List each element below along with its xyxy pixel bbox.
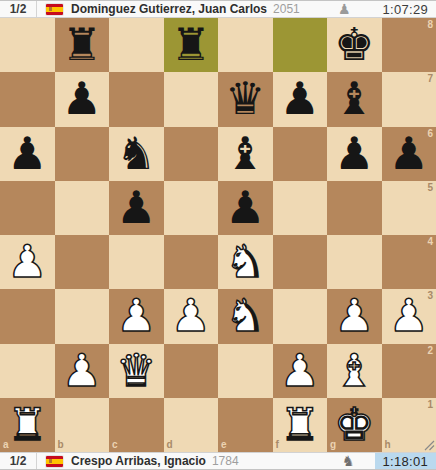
square-h1[interactable]: 1h [382,398,436,452]
divider [36,1,37,17]
piece-black-pawn[interactable]: ♟ [116,181,156,235]
square-a3[interactable] [0,289,55,343]
piece-white-pawn[interactable]: ♟ [116,289,156,343]
coord-file-a: a [3,440,9,450]
top-player-rating: 2051 [273,2,300,16]
piece-white-pawn[interactable]: ♟ [62,344,102,398]
square-a1[interactable]: ♜a [0,398,55,452]
square-h3[interactable]: ♟3 [382,289,436,343]
piece-black-pawn[interactable]: ♟ [62,72,102,126]
square-a4[interactable]: ♟ [0,235,55,289]
player-bar-top: 1/2 Dominguez Gutierrez, Juan Carlos 205… [0,0,436,18]
coord-file-g: g [330,440,336,450]
square-h4[interactable]: 4 [382,235,436,289]
piece-white-bishop[interactable]: ♝ [334,344,374,398]
square-g2[interactable]: ♝ [327,344,382,398]
square-b5[interactable] [55,181,110,235]
square-f4[interactable] [273,235,328,289]
chess-app: 1/2 Dominguez Gutierrez, Juan Carlos 205… [0,0,436,470]
square-f5[interactable] [273,181,328,235]
piece-white-pawn[interactable]: ♟ [171,289,211,343]
square-g4[interactable] [327,235,382,289]
square-h5[interactable]: 5 [382,181,436,235]
coord-rank-3: 3 [427,291,433,301]
pawn-icon: ♟ [338,2,351,16]
top-player-name: Dominguez Gutierrez, Juan Carlos [71,2,267,16]
coord-file-h: h [385,440,391,450]
square-g5[interactable] [327,181,382,235]
coord-rank-7: 7 [427,74,433,84]
square-a6[interactable]: ♟ [0,127,55,181]
player-bar-bottom: 1/2 Crespo Arribas, Ignacio 1784 ♞ 1:18:… [0,452,436,470]
square-c4[interactable] [109,235,164,289]
piece-black-queen[interactable]: ♛ [225,72,265,126]
square-h6[interactable]: ♟6 [382,127,436,181]
piece-black-king[interactable]: ♚ [334,18,374,72]
square-g3[interactable]: ♟ [327,289,382,343]
coord-rank-1: 1 [427,400,433,410]
spain-flag-icon [46,456,63,467]
square-c8[interactable] [109,18,164,72]
coord-rank-6: 6 [427,129,433,139]
square-d4[interactable] [164,235,219,289]
square-a2[interactable] [0,344,55,398]
square-e3[interactable]: ♞ [218,289,273,343]
square-b4[interactable] [55,235,110,289]
bottom-player-rating: 1784 [212,454,239,468]
piece-black-pawn[interactable]: ♟ [7,127,47,181]
top-score: 1/2 [0,2,36,16]
piece-white-pawn[interactable]: ♟ [280,344,320,398]
square-b1[interactable]: b [55,398,110,452]
square-d7[interactable] [164,72,219,126]
coord-file-c: c [112,440,118,450]
square-b6[interactable] [55,127,110,181]
square-a7[interactable] [0,72,55,126]
square-e5[interactable]: ♟ [218,181,273,235]
bottom-clock: 1:18:01 [375,453,436,469]
piece-white-king[interactable]: ♚ [334,398,374,452]
square-e2[interactable] [218,344,273,398]
square-b8[interactable]: ♜ [55,18,110,72]
coord-file-f: f [276,440,279,450]
square-h8[interactable]: 8 [382,18,436,72]
square-h7[interactable]: 7 [382,72,436,126]
square-g8[interactable]: ♚ [327,18,382,72]
piece-black-bishop[interactable]: ♝ [225,127,265,181]
piece-black-bishop[interactable]: ♝ [334,72,374,126]
piece-white-pawn[interactable]: ♟ [389,289,429,343]
square-e6[interactable]: ♝ [218,127,273,181]
square-c5[interactable]: ♟ [109,181,164,235]
square-a5[interactable] [0,181,55,235]
piece-black-knight[interactable]: ♞ [116,127,156,181]
square-d1[interactable]: d [164,398,219,452]
top-clock: 1:07:29 [375,1,436,17]
coord-rank-2: 2 [427,346,433,356]
piece-black-rook[interactable]: ♜ [62,18,102,72]
square-d3[interactable]: ♟ [164,289,219,343]
square-b3[interactable] [55,289,110,343]
square-c7[interactable] [109,72,164,126]
divider [36,453,37,469]
square-c2[interactable]: ♛ [109,344,164,398]
piece-white-rook[interactable]: ♜ [7,398,47,452]
square-e1[interactable]: e [218,398,273,452]
square-f8[interactable] [273,18,328,72]
square-d5[interactable] [164,181,219,235]
piece-black-pawn[interactable]: ♟ [225,181,265,235]
chess-board: ♜♜♚8♟♛♟♝7♟♞♝♟♟6♟♟5♟♞4♟♟♞♟♟3♟♛♟♝2♜abcde♜f… [0,18,436,452]
piece-black-pawn[interactable]: ♟ [334,127,374,181]
square-e8[interactable] [218,18,273,72]
bottom-score: 1/2 [0,454,36,468]
square-f1[interactable]: ♜f [273,398,328,452]
knight-icon: ♞ [342,454,355,468]
piece-white-pawn[interactable]: ♟ [334,289,374,343]
piece-white-pawn[interactable]: ♟ [7,235,47,289]
piece-white-knight[interactable]: ♞ [225,235,265,289]
coord-rank-4: 4 [427,237,433,247]
coord-rank-5: 5 [427,183,433,193]
square-b2[interactable]: ♟ [55,344,110,398]
square-d8[interactable]: ♜ [164,18,219,72]
square-e7[interactable]: ♛ [218,72,273,126]
bottom-player-name: Crespo Arribas, Ignacio [71,454,206,468]
square-f7[interactable]: ♟ [273,72,328,126]
piece-white-rook[interactable]: ♜ [280,398,320,452]
square-e4[interactable]: ♞ [218,235,273,289]
square-d6[interactable] [164,127,219,181]
square-h2[interactable]: 2 [382,344,436,398]
square-f3[interactable] [273,289,328,343]
square-f2[interactable]: ♟ [273,344,328,398]
coord-rank-8: 8 [427,20,433,30]
spain-flag-icon [46,4,63,15]
square-a8[interactable] [0,18,55,72]
square-g1[interactable]: ♚g [327,398,382,452]
square-g7[interactable]: ♝ [327,72,382,126]
square-b7[interactable]: ♟ [55,72,110,126]
piece-black-pawn[interactable]: ♟ [280,72,320,126]
square-f6[interactable] [273,127,328,181]
piece-black-pawn[interactable]: ♟ [389,127,429,181]
coord-file-d: d [167,440,173,450]
piece-white-queen[interactable]: ♛ [116,344,156,398]
square-c6[interactable]: ♞ [109,127,164,181]
coord-file-e: e [221,440,227,450]
square-c1[interactable]: c [109,398,164,452]
resize-handle-icon[interactable] [424,440,435,451]
square-c3[interactable]: ♟ [109,289,164,343]
square-d2[interactable] [164,344,219,398]
coord-file-b: b [58,440,64,450]
square-g6[interactable]: ♟ [327,127,382,181]
piece-white-knight[interactable]: ♞ [225,289,265,343]
piece-black-rook[interactable]: ♜ [171,18,211,72]
